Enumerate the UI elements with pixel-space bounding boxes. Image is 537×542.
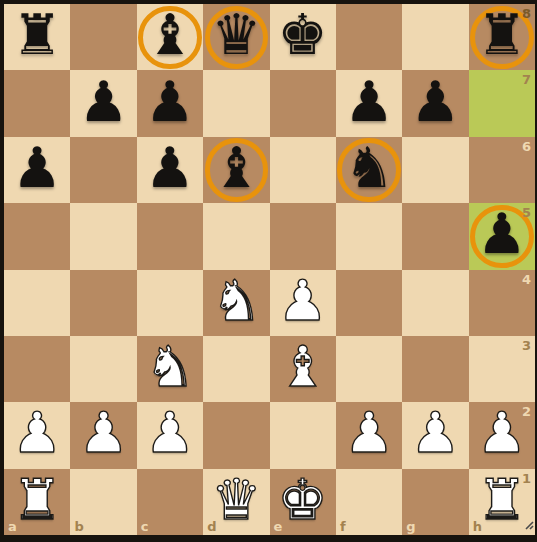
chess-board: ♜♝♛♚♜8♟♟♟♟7♟♟♝♞6♟5♞♟4♞♝3♟♟♟♟♟♟2♜abc♛d♚ef… bbox=[4, 4, 535, 535]
square-c5[interactable] bbox=[137, 203, 203, 269]
square-a6[interactable]: ♟ bbox=[4, 137, 70, 203]
square-a8[interactable]: ♜ bbox=[4, 4, 70, 70]
coord-file-f: f bbox=[340, 519, 346, 534]
square-h7[interactable]: 7 bbox=[469, 70, 535, 136]
piece-white-queen[interactable]: ♛ bbox=[211, 472, 261, 528]
square-d1[interactable]: ♛d bbox=[203, 469, 269, 535]
square-d3[interactable] bbox=[203, 336, 269, 402]
square-h4[interactable]: 4 bbox=[469, 270, 535, 336]
square-h3[interactable]: 3 bbox=[469, 336, 535, 402]
piece-black-pawn[interactable]: ♟ bbox=[344, 74, 394, 130]
square-g3[interactable] bbox=[402, 336, 468, 402]
square-g8[interactable] bbox=[402, 4, 468, 70]
square-a4[interactable] bbox=[4, 270, 70, 336]
square-c4[interactable] bbox=[137, 270, 203, 336]
square-d7[interactable] bbox=[203, 70, 269, 136]
square-e4[interactable]: ♟ bbox=[270, 270, 336, 336]
square-g2[interactable]: ♟ bbox=[402, 402, 468, 468]
square-b2[interactable]: ♟ bbox=[70, 402, 136, 468]
square-b4[interactable] bbox=[70, 270, 136, 336]
square-g1[interactable]: g bbox=[402, 469, 468, 535]
piece-black-pawn[interactable]: ♟ bbox=[145, 140, 195, 196]
piece-black-pawn[interactable]: ♟ bbox=[145, 74, 195, 130]
piece-white-pawn[interactable]: ♟ bbox=[12, 405, 62, 461]
piece-black-bishop[interactable]: ♝ bbox=[145, 7, 195, 63]
square-b6[interactable] bbox=[70, 137, 136, 203]
square-g5[interactable] bbox=[402, 203, 468, 269]
square-h8[interactable]: ♜8 bbox=[469, 4, 535, 70]
square-d2[interactable] bbox=[203, 402, 269, 468]
square-e5[interactable] bbox=[270, 203, 336, 269]
square-f8[interactable] bbox=[336, 4, 402, 70]
square-b8[interactable] bbox=[70, 4, 136, 70]
square-c6[interactable]: ♟ bbox=[137, 137, 203, 203]
square-c8[interactable]: ♝ bbox=[137, 4, 203, 70]
square-a2[interactable]: ♟ bbox=[4, 402, 70, 468]
square-c7[interactable]: ♟ bbox=[137, 70, 203, 136]
square-h5[interactable]: ♟5 bbox=[469, 203, 535, 269]
piece-white-knight[interactable]: ♞ bbox=[211, 273, 261, 329]
square-e1[interactable]: ♚e bbox=[270, 469, 336, 535]
piece-white-rook[interactable]: ♜ bbox=[12, 472, 62, 528]
piece-white-bishop[interactable]: ♝ bbox=[278, 339, 328, 395]
square-f5[interactable] bbox=[336, 203, 402, 269]
square-d5[interactable] bbox=[203, 203, 269, 269]
square-h1[interactable]: ♜1h bbox=[469, 469, 535, 535]
piece-black-bishop[interactable]: ♝ bbox=[211, 140, 261, 196]
square-f3[interactable] bbox=[336, 336, 402, 402]
square-a5[interactable] bbox=[4, 203, 70, 269]
square-e6[interactable] bbox=[270, 137, 336, 203]
square-f6[interactable]: ♞ bbox=[336, 137, 402, 203]
piece-black-rook[interactable]: ♜ bbox=[12, 7, 62, 63]
piece-white-king[interactable]: ♚ bbox=[278, 472, 328, 528]
piece-black-pawn[interactable]: ♟ bbox=[477, 206, 527, 262]
square-a1[interactable]: ♜a bbox=[4, 469, 70, 535]
piece-white-rook[interactable]: ♜ bbox=[477, 472, 527, 528]
square-b5[interactable] bbox=[70, 203, 136, 269]
square-e7[interactable] bbox=[270, 70, 336, 136]
piece-black-pawn[interactable]: ♟ bbox=[12, 140, 62, 196]
square-g6[interactable] bbox=[402, 137, 468, 203]
coord-rank-7: 7 bbox=[522, 72, 531, 87]
board-frame: ♜♝♛♚♜8♟♟♟♟7♟♟♝♞6♟5♞♟4♞♝3♟♟♟♟♟♟2♜abc♛d♚ef… bbox=[0, 0, 537, 542]
square-h6[interactable]: 6 bbox=[469, 137, 535, 203]
coord-file-b: b bbox=[74, 519, 83, 534]
resize-handle-icon[interactable] bbox=[521, 515, 534, 534]
coord-rank-6: 6 bbox=[522, 139, 531, 154]
square-f1[interactable]: f bbox=[336, 469, 402, 535]
coord-rank-4: 4 bbox=[522, 272, 531, 287]
piece-black-king[interactable]: ♚ bbox=[278, 7, 328, 63]
square-b1[interactable]: b bbox=[70, 469, 136, 535]
square-f4[interactable] bbox=[336, 270, 402, 336]
square-g7[interactable]: ♟ bbox=[402, 70, 468, 136]
piece-white-pawn[interactable]: ♟ bbox=[78, 405, 128, 461]
piece-black-pawn[interactable]: ♟ bbox=[78, 74, 128, 130]
piece-white-knight[interactable]: ♞ bbox=[145, 339, 195, 395]
piece-white-pawn[interactable]: ♟ bbox=[344, 405, 394, 461]
square-e8[interactable]: ♚ bbox=[270, 4, 336, 70]
coord-rank-3: 3 bbox=[522, 338, 531, 353]
square-b7[interactable]: ♟ bbox=[70, 70, 136, 136]
piece-black-knight[interactable]: ♞ bbox=[344, 140, 394, 196]
square-c1[interactable]: c bbox=[137, 469, 203, 535]
square-f7[interactable]: ♟ bbox=[336, 70, 402, 136]
square-a7[interactable] bbox=[4, 70, 70, 136]
square-e2[interactable] bbox=[270, 402, 336, 468]
square-d4[interactable]: ♞ bbox=[203, 270, 269, 336]
square-b3[interactable] bbox=[70, 336, 136, 402]
square-c3[interactable]: ♞ bbox=[137, 336, 203, 402]
square-e3[interactable]: ♝ bbox=[270, 336, 336, 402]
square-h2[interactable]: ♟2 bbox=[469, 402, 535, 468]
coord-file-c: c bbox=[141, 519, 149, 534]
square-d6[interactable]: ♝ bbox=[203, 137, 269, 203]
square-f2[interactable]: ♟ bbox=[336, 402, 402, 468]
piece-black-pawn[interactable]: ♟ bbox=[410, 74, 460, 130]
piece-white-pawn[interactable]: ♟ bbox=[278, 273, 328, 329]
piece-black-queen[interactable]: ♛ bbox=[211, 7, 261, 63]
coord-file-g: g bbox=[406, 519, 415, 534]
piece-white-pawn[interactable]: ♟ bbox=[477, 405, 527, 461]
square-g4[interactable] bbox=[402, 270, 468, 336]
piece-white-pawn[interactable]: ♟ bbox=[410, 405, 460, 461]
square-c2[interactable]: ♟ bbox=[137, 402, 203, 468]
piece-white-pawn[interactable]: ♟ bbox=[145, 405, 195, 461]
square-d8[interactable]: ♛ bbox=[203, 4, 269, 70]
square-a3[interactable] bbox=[4, 336, 70, 402]
piece-black-rook[interactable]: ♜ bbox=[477, 7, 527, 63]
